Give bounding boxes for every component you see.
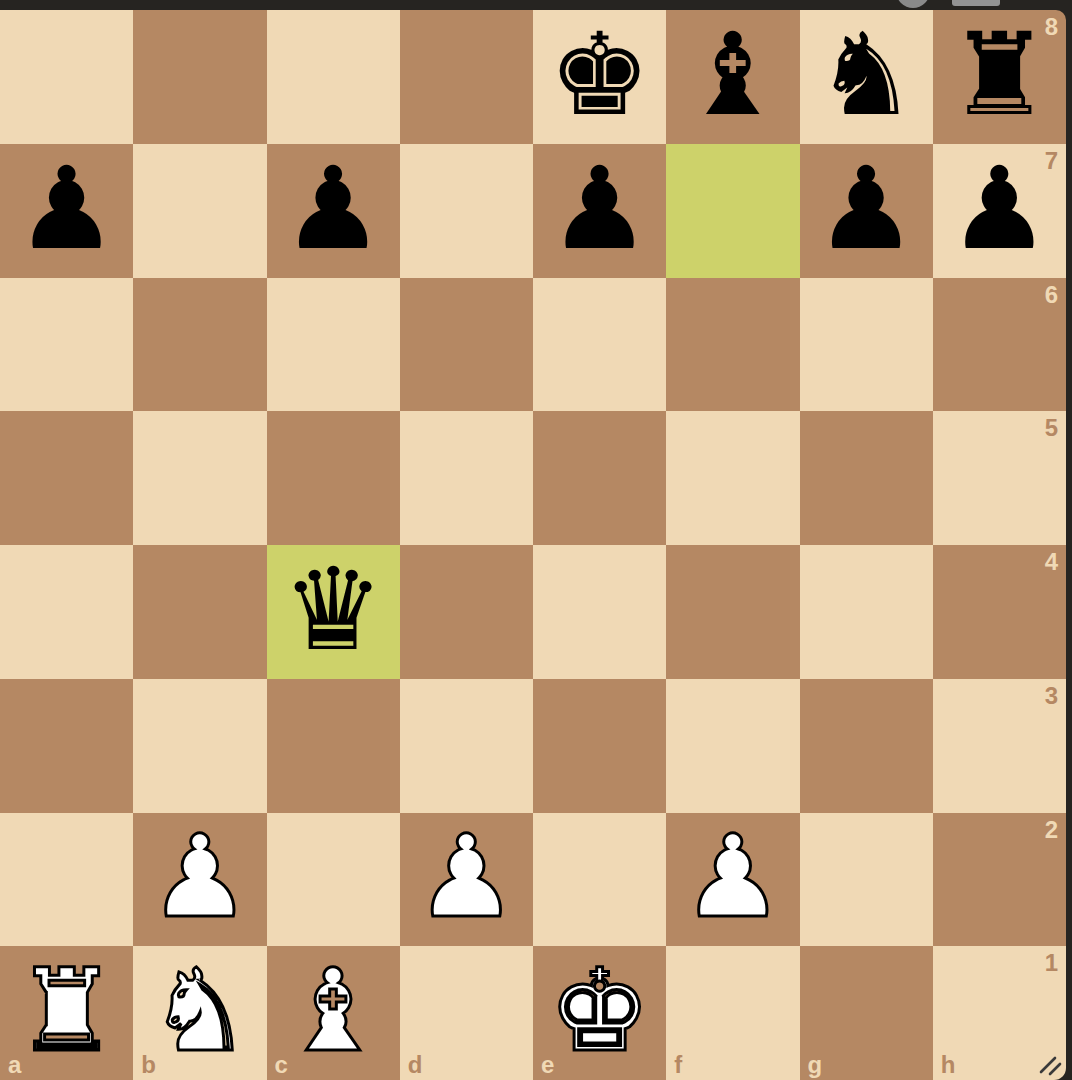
square-c7[interactable]: ♟ — [267, 144, 400, 278]
square-a4[interactable] — [0, 545, 133, 679]
square-a8[interactable] — [0, 10, 133, 144]
rank-label-7: 7 — [1045, 149, 1058, 173]
white-bishop[interactable]: ♝ — [282, 954, 384, 1072]
square-g4[interactable] — [800, 545, 933, 679]
white-rook[interactable]: ♜ — [16, 954, 118, 1072]
file-label-a: a — [8, 1053, 21, 1077]
square-c4[interactable]: ♛ — [267, 545, 400, 679]
square-a5[interactable] — [0, 411, 133, 545]
black-knight[interactable]: ♞ — [815, 18, 917, 136]
rank-label-6: 6 — [1045, 283, 1058, 307]
square-e8[interactable]: ♚ — [533, 10, 666, 144]
black-pawn[interactable]: ♟ — [948, 152, 1050, 270]
square-h2[interactable]: 2 — [933, 813, 1066, 947]
file-label-b: b — [141, 1053, 156, 1077]
square-b7[interactable] — [133, 144, 266, 278]
rank-label-4: 4 — [1045, 550, 1058, 574]
square-a1[interactable]: ♜a — [0, 946, 133, 1080]
square-f3[interactable] — [666, 679, 799, 813]
rank-label-8: 8 — [1045, 15, 1058, 39]
square-c6[interactable] — [267, 278, 400, 412]
file-label-d: d — [408, 1053, 423, 1077]
black-pawn[interactable]: ♟ — [282, 152, 384, 270]
screen: ♚♝♞♜8♟♟♟♟♟765♛43♟♟♟2♜a♞b♝cd♚efg1h — [0, 0, 1072, 1080]
square-c3[interactable] — [267, 679, 400, 813]
black-pawn[interactable]: ♟ — [549, 152, 651, 270]
square-e4[interactable] — [533, 545, 666, 679]
square-c1[interactable]: ♝c — [267, 946, 400, 1080]
file-label-c: c — [275, 1053, 288, 1077]
rank-label-2: 2 — [1045, 818, 1058, 842]
square-f6[interactable] — [666, 278, 799, 412]
square-b2[interactable]: ♟ — [133, 813, 266, 947]
square-h4[interactable]: 4 — [933, 545, 1066, 679]
black-bishop[interactable]: ♝ — [682, 18, 784, 136]
square-e1[interactable]: ♚e — [533, 946, 666, 1080]
square-d1[interactable]: d — [400, 946, 533, 1080]
square-a2[interactable] — [0, 813, 133, 947]
square-h7[interactable]: ♟7 — [933, 144, 1066, 278]
file-label-e: e — [541, 1053, 554, 1077]
square-h5[interactable]: 5 — [933, 411, 1066, 545]
square-d7[interactable] — [400, 144, 533, 278]
square-e7[interactable]: ♟ — [533, 144, 666, 278]
square-b3[interactable] — [133, 679, 266, 813]
rank-label-5: 5 — [1045, 416, 1058, 440]
square-f1[interactable]: f — [666, 946, 799, 1080]
square-e3[interactable] — [533, 679, 666, 813]
square-e6[interactable] — [533, 278, 666, 412]
square-f2[interactable]: ♟ — [666, 813, 799, 947]
partial-button-icon[interactable] — [952, 0, 1000, 6]
file-label-g: g — [808, 1053, 823, 1077]
white-pawn[interactable]: ♟ — [415, 820, 517, 938]
square-d6[interactable] — [400, 278, 533, 412]
square-b6[interactable] — [133, 278, 266, 412]
square-d8[interactable] — [400, 10, 533, 144]
square-d2[interactable]: ♟ — [400, 813, 533, 947]
white-king[interactable]: ♚ — [549, 954, 651, 1072]
square-h1[interactable]: 1h — [933, 946, 1066, 1080]
square-e2[interactable] — [533, 813, 666, 947]
square-f5[interactable] — [666, 411, 799, 545]
square-h3[interactable]: 3 — [933, 679, 1066, 813]
square-b8[interactable] — [133, 10, 266, 144]
rank-label-1: 1 — [1045, 951, 1058, 975]
square-a6[interactable] — [0, 278, 133, 412]
square-c8[interactable] — [267, 10, 400, 144]
square-c2[interactable] — [267, 813, 400, 947]
board-resize-handle[interactable] — [1037, 1051, 1063, 1077]
square-h6[interactable]: 6 — [933, 278, 1066, 412]
black-pawn[interactable]: ♟ — [16, 152, 118, 270]
black-pawn[interactable]: ♟ — [815, 152, 917, 270]
square-b1[interactable]: ♞b — [133, 946, 266, 1080]
square-g8[interactable]: ♞ — [800, 10, 933, 144]
white-pawn[interactable]: ♟ — [149, 820, 251, 938]
white-knight[interactable]: ♞ — [149, 954, 251, 1072]
square-b4[interactable] — [133, 545, 266, 679]
black-king[interactable]: ♚ — [549, 18, 651, 136]
square-a7[interactable]: ♟ — [0, 144, 133, 278]
chess-board: ♚♝♞♜8♟♟♟♟♟765♛43♟♟♟2♜a♞b♝cd♚efg1h — [0, 10, 1066, 1080]
black-rook[interactable]: ♜ — [948, 18, 1050, 136]
file-label-f: f — [674, 1053, 682, 1077]
square-g1[interactable]: g — [800, 946, 933, 1080]
square-g7[interactable]: ♟ — [800, 144, 933, 278]
square-g6[interactable] — [800, 278, 933, 412]
square-d5[interactable] — [400, 411, 533, 545]
square-f4[interactable] — [666, 545, 799, 679]
square-a3[interactable] — [0, 679, 133, 813]
square-c5[interactable] — [267, 411, 400, 545]
square-d3[interactable] — [400, 679, 533, 813]
square-g5[interactable] — [800, 411, 933, 545]
square-g2[interactable] — [800, 813, 933, 947]
square-f7[interactable] — [666, 144, 799, 278]
top-bar — [0, 0, 1072, 10]
square-e5[interactable] — [533, 411, 666, 545]
square-b5[interactable] — [133, 411, 266, 545]
partial-avatar-icon[interactable] — [896, 0, 930, 8]
square-g3[interactable] — [800, 679, 933, 813]
white-pawn[interactable]: ♟ — [682, 820, 784, 938]
square-f8[interactable]: ♝ — [666, 10, 799, 144]
square-h8[interactable]: ♜8 — [933, 10, 1066, 144]
rank-label-3: 3 — [1045, 684, 1058, 708]
square-d4[interactable] — [400, 545, 533, 679]
black-queen[interactable]: ♛ — [282, 553, 384, 671]
file-label-h: h — [941, 1053, 956, 1077]
